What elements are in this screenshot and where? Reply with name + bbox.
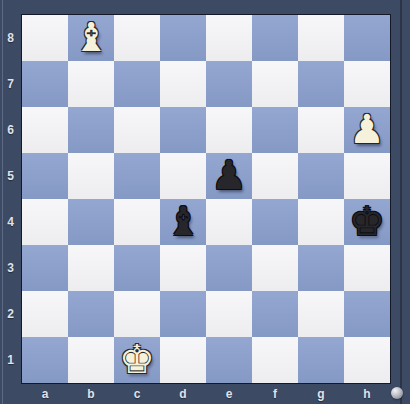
file-label-f: f xyxy=(252,384,298,404)
rank-labels: 87654321 xyxy=(0,15,21,383)
square-e7[interactable] xyxy=(206,61,252,107)
square-b4[interactable] xyxy=(68,199,114,245)
square-b7[interactable] xyxy=(68,61,114,107)
square-a1[interactable] xyxy=(22,337,68,383)
square-c7[interactable] xyxy=(114,61,160,107)
square-c1[interactable]: ♚ xyxy=(114,337,160,383)
square-d3[interactable] xyxy=(160,245,206,291)
square-f7[interactable] xyxy=(252,61,298,107)
square-e6[interactable] xyxy=(206,107,252,153)
square-b6[interactable] xyxy=(68,107,114,153)
square-c4[interactable] xyxy=(114,199,160,245)
file-label-b: b xyxy=(68,384,114,404)
square-g5[interactable] xyxy=(298,153,344,199)
square-d5[interactable] xyxy=(160,153,206,199)
rank-label-1: 1 xyxy=(0,337,21,383)
square-g3[interactable] xyxy=(298,245,344,291)
square-d7[interactable] xyxy=(160,61,206,107)
square-a8[interactable] xyxy=(22,15,68,61)
square-f6[interactable] xyxy=(252,107,298,153)
square-a2[interactable] xyxy=(22,291,68,337)
side-to-move-indicator xyxy=(391,387,403,399)
square-c2[interactable] xyxy=(114,291,160,337)
black-pawn-e5[interactable]: ♟ xyxy=(211,152,247,198)
square-g2[interactable] xyxy=(298,291,344,337)
square-b3[interactable] xyxy=(68,245,114,291)
chess-diagram: 87654321 ♝♟♟♝♚♚ abcdefgh xyxy=(0,0,410,404)
square-e1[interactable] xyxy=(206,337,252,383)
square-a5[interactable] xyxy=(22,153,68,199)
square-c5[interactable] xyxy=(114,153,160,199)
square-d8[interactable] xyxy=(160,15,206,61)
square-h3[interactable] xyxy=(344,245,390,291)
square-e3[interactable] xyxy=(206,245,252,291)
square-f3[interactable] xyxy=(252,245,298,291)
rank-label-6: 6 xyxy=(0,107,21,153)
square-h2[interactable] xyxy=(344,291,390,337)
square-e8[interactable] xyxy=(206,15,252,61)
square-g8[interactable] xyxy=(298,15,344,61)
square-f4[interactable] xyxy=(252,199,298,245)
square-a3[interactable] xyxy=(22,245,68,291)
rank-label-7: 7 xyxy=(0,61,21,107)
rank-label-8: 8 xyxy=(0,15,21,61)
file-label-e: e xyxy=(206,384,252,404)
chess-board: ♝♟♟♝♚♚ xyxy=(21,14,391,384)
square-c8[interactable] xyxy=(114,15,160,61)
square-d1[interactable] xyxy=(160,337,206,383)
square-f8[interactable] xyxy=(252,15,298,61)
square-d6[interactable] xyxy=(160,107,206,153)
file-label-g: g xyxy=(298,384,344,404)
rank-label-3: 3 xyxy=(0,245,21,291)
square-h6[interactable]: ♟ xyxy=(344,107,390,153)
square-h5[interactable] xyxy=(344,153,390,199)
square-f5[interactable] xyxy=(252,153,298,199)
square-c3[interactable] xyxy=(114,245,160,291)
square-g4[interactable] xyxy=(298,199,344,245)
square-g6[interactable] xyxy=(298,107,344,153)
rank-label-4: 4 xyxy=(0,199,21,245)
square-a4[interactable] xyxy=(22,199,68,245)
square-h1[interactable] xyxy=(344,337,390,383)
file-labels: abcdefgh xyxy=(22,384,390,404)
square-b2[interactable] xyxy=(68,291,114,337)
square-b1[interactable] xyxy=(68,337,114,383)
square-a6[interactable] xyxy=(22,107,68,153)
file-label-c: c xyxy=(114,384,160,404)
file-label-h: h xyxy=(344,384,390,404)
square-e5[interactable]: ♟ xyxy=(206,153,252,199)
black-bishop-d4[interactable]: ♝ xyxy=(165,198,201,244)
square-h8[interactable] xyxy=(344,15,390,61)
square-e4[interactable] xyxy=(206,199,252,245)
square-a7[interactable] xyxy=(22,61,68,107)
square-g7[interactable] xyxy=(298,61,344,107)
square-f2[interactable] xyxy=(252,291,298,337)
black-king-h4[interactable]: ♚ xyxy=(349,198,385,244)
square-h7[interactable] xyxy=(344,61,390,107)
square-b5[interactable] xyxy=(68,153,114,199)
file-label-a: a xyxy=(22,384,68,404)
white-bishop-b8[interactable]: ♝ xyxy=(73,14,109,60)
file-label-d: d xyxy=(160,384,206,404)
square-d4[interactable]: ♝ xyxy=(160,199,206,245)
white-king-c1[interactable]: ♚ xyxy=(119,336,155,382)
white-pawn-h6[interactable]: ♟ xyxy=(349,106,385,152)
square-d2[interactable] xyxy=(160,291,206,337)
square-g1[interactable] xyxy=(298,337,344,383)
square-b8[interactable]: ♝ xyxy=(68,15,114,61)
frame-right-shade xyxy=(400,0,402,404)
rank-label-2: 2 xyxy=(0,291,21,337)
square-c6[interactable] xyxy=(114,107,160,153)
square-e2[interactable] xyxy=(206,291,252,337)
square-f1[interactable] xyxy=(252,337,298,383)
rank-label-5: 5 xyxy=(0,153,21,199)
square-h4[interactable]: ♚ xyxy=(344,199,390,245)
